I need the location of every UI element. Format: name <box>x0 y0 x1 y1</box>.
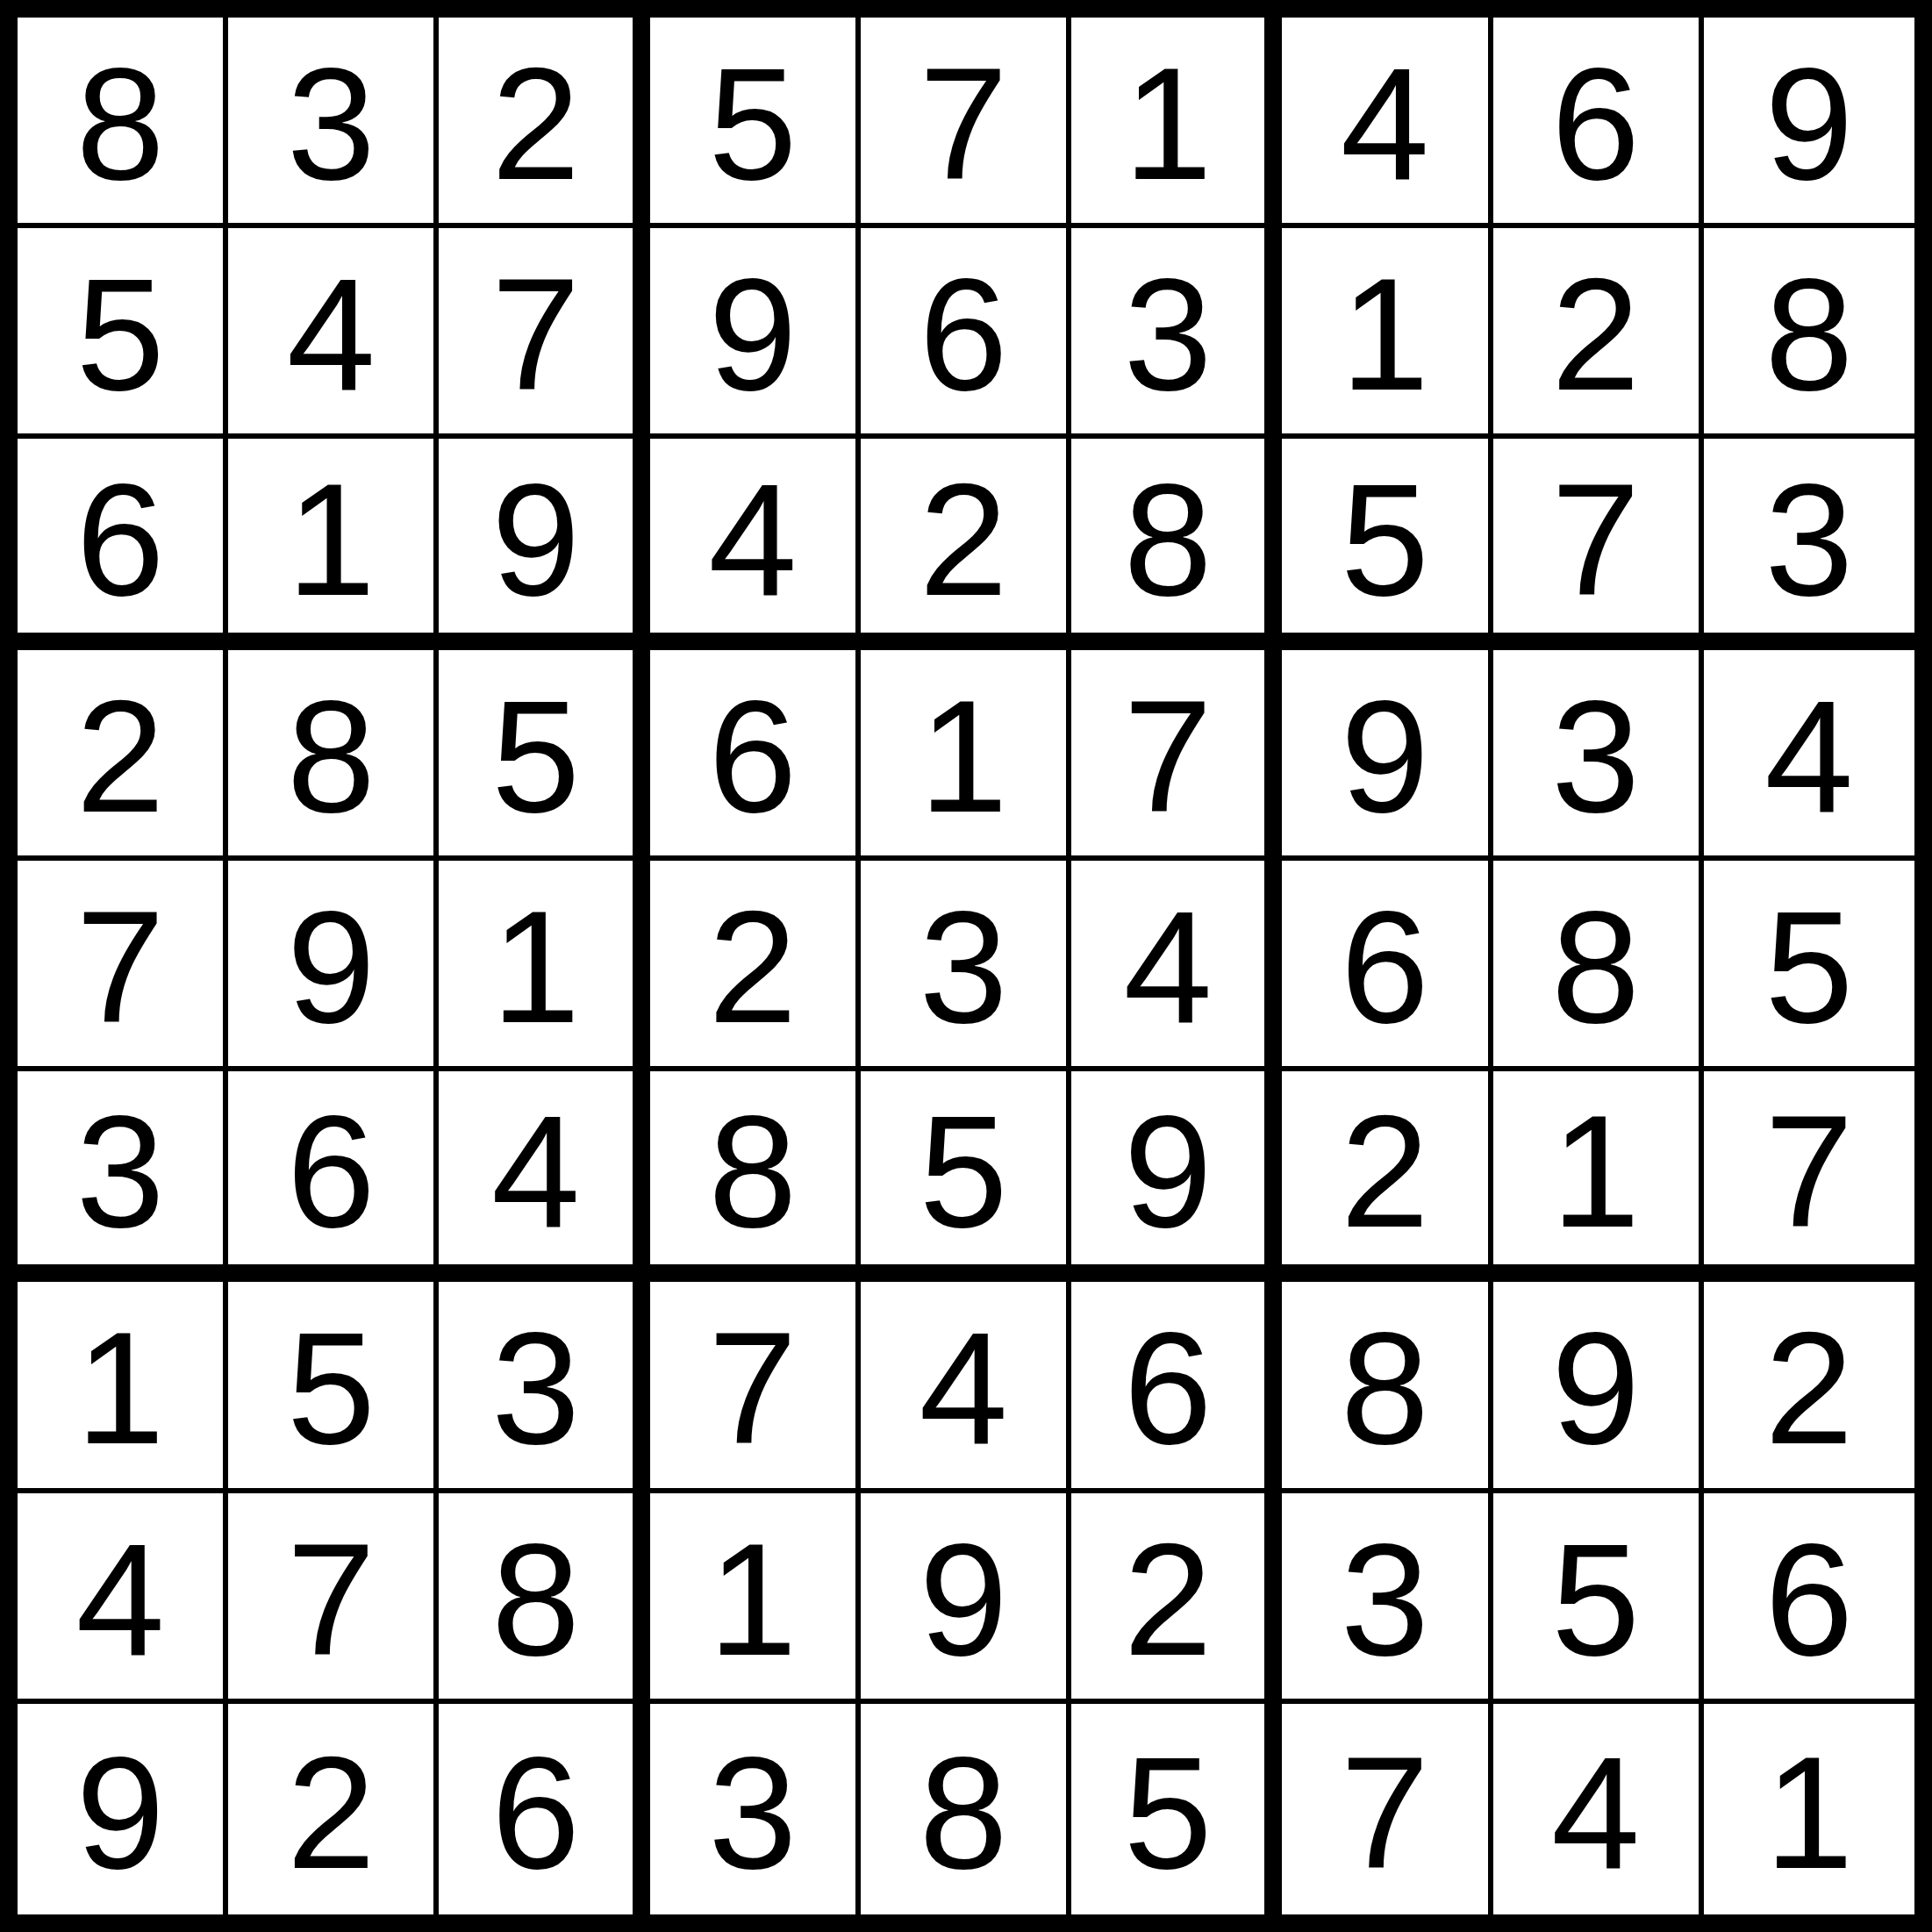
cell-r6c2[interactable]: 6 <box>228 1071 439 1282</box>
cell-r2c3[interactable]: 7 <box>439 228 649 439</box>
cell-r8c7[interactable]: 3 <box>1282 1493 1492 1704</box>
cell-r4c6[interactable]: 7 <box>1071 650 1282 861</box>
cell-r5c9[interactable]: 5 <box>1704 861 1914 1071</box>
cell-r2c7[interactable]: 1 <box>1282 228 1492 439</box>
cell-r6c6[interactable]: 9 <box>1071 1071 1282 1282</box>
cell-r7c8[interactable]: 9 <box>1493 1282 1704 1492</box>
cell-r7c2[interactable]: 5 <box>228 1282 439 1492</box>
cell-r3c1[interactable]: 6 <box>18 439 228 649</box>
cell-r9c2[interactable]: 2 <box>228 1704 439 1914</box>
cell-r8c4[interactable]: 1 <box>650 1493 861 1704</box>
cell-r4c9[interactable]: 4 <box>1704 650 1914 861</box>
cell-r2c8[interactable]: 2 <box>1493 228 1704 439</box>
cell-r3c7[interactable]: 5 <box>1282 439 1492 649</box>
cell-r1c5[interactable]: 7 <box>861 18 1071 228</box>
cell-r5c8[interactable]: 8 <box>1493 861 1704 1071</box>
cell-r6c1[interactable]: 3 <box>18 1071 228 1282</box>
cell-r2c5[interactable]: 6 <box>861 228 1071 439</box>
cell-r1c9[interactable]: 9 <box>1704 18 1914 228</box>
cell-r2c9[interactable]: 8 <box>1704 228 1914 439</box>
cell-r8c3[interactable]: 8 <box>439 1493 649 1704</box>
cell-r8c6[interactable]: 2 <box>1071 1493 1282 1704</box>
cell-r1c6[interactable]: 1 <box>1071 18 1282 228</box>
cell-r9c6[interactable]: 5 <box>1071 1704 1282 1914</box>
cell-r8c9[interactable]: 6 <box>1704 1493 1914 1704</box>
cell-r8c1[interactable]: 4 <box>18 1493 228 1704</box>
cell-r5c1[interactable]: 7 <box>18 861 228 1071</box>
cell-r1c3[interactable]: 2 <box>439 18 649 228</box>
cell-r2c1[interactable]: 5 <box>18 228 228 439</box>
cell-r2c6[interactable]: 3 <box>1071 228 1282 439</box>
cell-r7c5[interactable]: 4 <box>861 1282 1071 1492</box>
cell-r9c1[interactable]: 9 <box>18 1704 228 1914</box>
cell-r7c9[interactable]: 2 <box>1704 1282 1914 1492</box>
cell-r1c8[interactable]: 6 <box>1493 18 1704 228</box>
cell-r5c2[interactable]: 9 <box>228 861 439 1071</box>
cell-r4c4[interactable]: 6 <box>650 650 861 861</box>
cell-r3c3[interactable]: 9 <box>439 439 649 649</box>
cell-r7c1[interactable]: 1 <box>18 1282 228 1492</box>
cell-r7c6[interactable]: 6 <box>1071 1282 1282 1492</box>
cell-r6c9[interactable]: 7 <box>1704 1071 1914 1282</box>
sudoku-board: 8325714695479631286194285732856179347912… <box>0 0 1932 1932</box>
cell-r7c4[interactable]: 7 <box>650 1282 861 1492</box>
cell-r2c2[interactable]: 4 <box>228 228 439 439</box>
cell-r1c4[interactable]: 5 <box>650 18 861 228</box>
cell-r9c4[interactable]: 3 <box>650 1704 861 1914</box>
cell-r8c8[interactable]: 5 <box>1493 1493 1704 1704</box>
cell-r7c7[interactable]: 8 <box>1282 1282 1492 1492</box>
cell-r3c8[interactable]: 7 <box>1493 439 1704 649</box>
cell-r4c8[interactable]: 3 <box>1493 650 1704 861</box>
cell-r3c5[interactable]: 2 <box>861 439 1071 649</box>
cell-r7c3[interactable]: 3 <box>439 1282 649 1492</box>
cell-r5c4[interactable]: 2 <box>650 861 861 1071</box>
cell-r6c7[interactable]: 2 <box>1282 1071 1492 1282</box>
cell-r3c4[interactable]: 4 <box>650 439 861 649</box>
cell-r1c7[interactable]: 4 <box>1282 18 1492 228</box>
cell-r3c9[interactable]: 3 <box>1704 439 1914 649</box>
cell-r4c2[interactable]: 8 <box>228 650 439 861</box>
cell-r3c6[interactable]: 8 <box>1071 439 1282 649</box>
cell-r8c2[interactable]: 7 <box>228 1493 439 1704</box>
cell-r5c5[interactable]: 3 <box>861 861 1071 1071</box>
cell-r1c1[interactable]: 8 <box>18 18 228 228</box>
cell-r9c9[interactable]: 1 <box>1704 1704 1914 1914</box>
cell-r5c3[interactable]: 1 <box>439 861 649 1071</box>
cell-r4c5[interactable]: 1 <box>861 650 1071 861</box>
cell-r4c3[interactable]: 5 <box>439 650 649 861</box>
cell-r6c4[interactable]: 8 <box>650 1071 861 1282</box>
cell-r6c8[interactable]: 1 <box>1493 1071 1704 1282</box>
cell-r5c6[interactable]: 4 <box>1071 861 1282 1071</box>
cell-r9c3[interactable]: 6 <box>439 1704 649 1914</box>
cell-r3c2[interactable]: 1 <box>228 439 439 649</box>
cell-r4c7[interactable]: 9 <box>1282 650 1492 861</box>
cell-r6c5[interactable]: 5 <box>861 1071 1071 1282</box>
cell-r1c2[interactable]: 3 <box>228 18 439 228</box>
cell-r2c4[interactable]: 9 <box>650 228 861 439</box>
cell-r5c7[interactable]: 6 <box>1282 861 1492 1071</box>
cell-r6c3[interactable]: 4 <box>439 1071 649 1282</box>
cell-r9c7[interactable]: 7 <box>1282 1704 1492 1914</box>
cell-r9c5[interactable]: 8 <box>861 1704 1071 1914</box>
cell-r4c1[interactable]: 2 <box>18 650 228 861</box>
cell-r8c5[interactable]: 9 <box>861 1493 1071 1704</box>
cell-r9c8[interactable]: 4 <box>1493 1704 1704 1914</box>
